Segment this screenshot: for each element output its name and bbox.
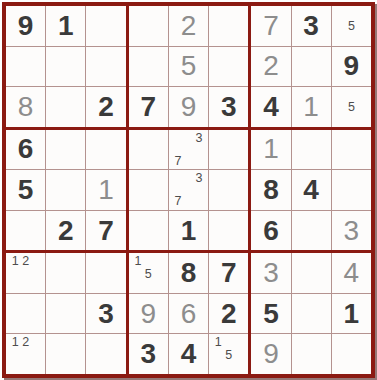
given-digit: 4 bbox=[263, 93, 279, 121]
box-2: 25793 bbox=[129, 6, 249, 127]
cell-r4c6[interactable] bbox=[209, 130, 248, 170]
cell-r8c6[interactable]: 2 bbox=[209, 294, 248, 334]
given-digit: 9 bbox=[18, 12, 34, 40]
cell-r3c7[interactable]: 4 bbox=[251, 87, 290, 127]
cell-r9c4[interactable]: 3 bbox=[129, 334, 168, 374]
pencil-mark-5: 5 bbox=[346, 20, 356, 33]
cell-r9c5[interactable]: 4 bbox=[169, 334, 208, 374]
cell-r5c9[interactable] bbox=[332, 170, 371, 210]
cell-r6c3[interactable]: 7 bbox=[86, 211, 125, 251]
entered-digit: 1 bbox=[98, 176, 114, 204]
entered-digit: 9 bbox=[263, 340, 279, 368]
pencil-mark-7: 7 bbox=[173, 195, 183, 208]
cell-r6c9[interactable]: 3 bbox=[332, 211, 371, 251]
cell-r8c4[interactable]: 9 bbox=[129, 294, 168, 334]
cell-r7c7[interactable]: 3 bbox=[251, 253, 290, 293]
entered-digit: 3 bbox=[263, 259, 279, 287]
box-4: 65127 bbox=[6, 130, 126, 251]
cell-r6c5[interactable]: 1 bbox=[169, 211, 208, 251]
cell-r5c5[interactable]: 37 bbox=[169, 170, 208, 210]
cell-r9c3[interactable] bbox=[86, 334, 125, 374]
cell-r1c9[interactable]: 5 bbox=[332, 6, 371, 46]
cell-r8c8[interactable] bbox=[292, 294, 331, 334]
entered-digit: 8 bbox=[18, 93, 34, 121]
given-digit: 1 bbox=[181, 217, 197, 245]
box-6: 18463 bbox=[251, 130, 371, 251]
box-7: 12312 bbox=[6, 253, 126, 374]
cell-r3c3[interactable]: 2 bbox=[86, 87, 125, 127]
pencil-marks: 5 bbox=[336, 89, 367, 125]
cell-r2c5[interactable]: 5 bbox=[169, 47, 208, 87]
cell-r1c1[interactable]: 9 bbox=[6, 6, 45, 46]
given-digit: 9 bbox=[344, 52, 360, 80]
given-digit: 2 bbox=[98, 93, 114, 121]
entered-digit: 9 bbox=[181, 93, 197, 121]
cell-r3c1[interactable]: 8 bbox=[6, 87, 45, 127]
given-digit: 2 bbox=[221, 300, 237, 328]
given-digit: 6 bbox=[263, 217, 279, 245]
cell-r2c1[interactable] bbox=[6, 47, 45, 87]
pencil-mark-5: 5 bbox=[143, 268, 153, 281]
cell-r5c2[interactable] bbox=[46, 170, 85, 210]
pencil-marks: 5 bbox=[336, 8, 367, 44]
cell-r9c7[interactable]: 9 bbox=[251, 334, 290, 374]
given-digit: 3 bbox=[303, 12, 319, 40]
pencil-marks: 37 bbox=[173, 132, 204, 168]
given-digit: 5 bbox=[263, 300, 279, 328]
cell-r6c7[interactable]: 6 bbox=[251, 211, 290, 251]
cell-r7c1[interactable]: 12 bbox=[6, 253, 45, 293]
given-digit: 4 bbox=[181, 340, 197, 368]
given-digit: 7 bbox=[98, 217, 114, 245]
cell-r1c3[interactable] bbox=[86, 6, 125, 46]
cell-r8c1[interactable] bbox=[6, 294, 45, 334]
entered-digit: 1 bbox=[263, 135, 279, 163]
cell-r9c8[interactable] bbox=[292, 334, 331, 374]
cell-r4c9[interactable] bbox=[332, 130, 371, 170]
cell-r4c7[interactable]: 1 bbox=[251, 130, 290, 170]
cell-r4c4[interactable] bbox=[129, 130, 168, 170]
cell-r5c3[interactable]: 1 bbox=[86, 170, 125, 210]
given-digit: 1 bbox=[58, 12, 74, 40]
cell-r7c5[interactable]: 8 bbox=[169, 253, 208, 293]
entered-digit: 7 bbox=[263, 12, 279, 40]
pencil-mark-3: 3 bbox=[194, 172, 204, 185]
cell-r4c2[interactable] bbox=[46, 130, 85, 170]
entered-digit: 9 bbox=[140, 300, 156, 328]
pencil-mark-1: 1 bbox=[213, 336, 223, 349]
entered-digit: 5 bbox=[181, 52, 197, 80]
given-digit: 8 bbox=[263, 176, 279, 204]
given-digit: 3 bbox=[221, 93, 237, 121]
cell-r7c9[interactable]: 4 bbox=[332, 253, 371, 293]
pencil-mark-1: 1 bbox=[10, 336, 20, 349]
cell-r9c9[interactable] bbox=[332, 334, 371, 374]
sudoku-board: 9182257937352941565127373711846312312158… bbox=[2, 2, 375, 378]
given-digit: 4 bbox=[303, 176, 319, 204]
cell-r3c9[interactable]: 5 bbox=[332, 87, 371, 127]
pencil-marks: 15 bbox=[213, 336, 244, 372]
cell-r3c5[interactable]: 9 bbox=[169, 87, 208, 127]
box-8: 15879623415 bbox=[129, 253, 249, 374]
cell-r6c8[interactable] bbox=[292, 211, 331, 251]
sudoku-app: 9182257937352941565127373711846312312158… bbox=[0, 0, 377, 380]
cell-r2c2[interactable] bbox=[46, 47, 85, 87]
box-5: 37371 bbox=[129, 130, 249, 251]
entered-digit: 4 bbox=[344, 259, 360, 287]
entered-digit: 2 bbox=[263, 52, 279, 80]
box-9: 34519 bbox=[251, 253, 371, 374]
cell-r2c9[interactable]: 9 bbox=[332, 47, 371, 87]
cell-r4c3[interactable] bbox=[86, 130, 125, 170]
cell-r3c6[interactable]: 3 bbox=[209, 87, 248, 127]
given-digit: 6 bbox=[18, 135, 34, 163]
pencil-mark-5: 5 bbox=[346, 101, 356, 114]
cell-r9c6[interactable]: 15 bbox=[209, 334, 248, 374]
pencil-marks: 12 bbox=[10, 336, 41, 372]
cell-r4c1[interactable]: 6 bbox=[6, 130, 45, 170]
pencil-mark-1: 1 bbox=[10, 255, 20, 268]
cell-r5c1[interactable]: 5 bbox=[6, 170, 45, 210]
entered-digit: 2 bbox=[181, 12, 197, 40]
cell-r4c5[interactable]: 37 bbox=[169, 130, 208, 170]
given-digit: 2 bbox=[58, 217, 74, 245]
cell-r7c4[interactable]: 15 bbox=[129, 253, 168, 293]
cell-r1c8[interactable]: 3 bbox=[292, 6, 331, 46]
pencil-mark-7: 7 bbox=[173, 155, 183, 168]
given-digit: 3 bbox=[98, 300, 114, 328]
entered-digit: 3 bbox=[344, 217, 360, 245]
given-digit: 1 bbox=[344, 300, 360, 328]
cell-r5c7[interactable]: 8 bbox=[251, 170, 290, 210]
given-digit: 7 bbox=[140, 93, 156, 121]
box-1: 9182 bbox=[6, 6, 126, 127]
cell-r9c2[interactable] bbox=[46, 334, 85, 374]
cell-r8c3[interactable]: 3 bbox=[86, 294, 125, 334]
cell-r8c2[interactable] bbox=[46, 294, 85, 334]
cell-r6c4[interactable] bbox=[129, 211, 168, 251]
pencil-marks: 15 bbox=[133, 255, 164, 291]
cell-r6c2[interactable]: 2 bbox=[46, 211, 85, 251]
cell-r5c4[interactable] bbox=[129, 170, 168, 210]
given-digit: 8 bbox=[181, 259, 197, 287]
cell-r3c2[interactable] bbox=[46, 87, 85, 127]
pencil-mark-1: 1 bbox=[133, 255, 143, 268]
cell-r8c5[interactable]: 6 bbox=[169, 294, 208, 334]
cell-r2c6[interactable] bbox=[209, 47, 248, 87]
cell-r8c9[interactable]: 1 bbox=[332, 294, 371, 334]
cell-r9c1[interactable]: 12 bbox=[6, 334, 45, 374]
given-digit: 5 bbox=[18, 176, 34, 204]
cell-r7c6[interactable]: 7 bbox=[209, 253, 248, 293]
cell-r4c8[interactable] bbox=[292, 130, 331, 170]
cell-r2c4[interactable] bbox=[129, 47, 168, 87]
cell-r1c4[interactable] bbox=[129, 6, 168, 46]
cell-r2c3[interactable] bbox=[86, 47, 125, 87]
pencil-mark-3: 3 bbox=[194, 132, 204, 145]
entered-digit: 1 bbox=[303, 93, 319, 121]
cell-r1c7[interactable]: 7 bbox=[251, 6, 290, 46]
cell-r5c8[interactable]: 4 bbox=[292, 170, 331, 210]
pencil-mark-2: 2 bbox=[20, 255, 30, 268]
cell-r2c7[interactable]: 2 bbox=[251, 47, 290, 87]
cell-r6c1[interactable] bbox=[6, 211, 45, 251]
cell-r1c5[interactable]: 2 bbox=[169, 6, 208, 46]
cell-r7c8[interactable] bbox=[292, 253, 331, 293]
cell-r1c6[interactable] bbox=[209, 6, 248, 46]
given-digit: 7 bbox=[221, 259, 237, 287]
cell-r7c2[interactable] bbox=[46, 253, 85, 293]
entered-digit: 6 bbox=[181, 300, 197, 328]
cell-r6c6[interactable] bbox=[209, 211, 248, 251]
pencil-mark-5: 5 bbox=[224, 349, 234, 362]
cell-r3c4[interactable]: 7 bbox=[129, 87, 168, 127]
cell-r2c8[interactable] bbox=[292, 47, 331, 87]
box-3: 73529415 bbox=[251, 6, 371, 127]
cell-r3c8[interactable]: 1 bbox=[292, 87, 331, 127]
pencil-mark-2: 2 bbox=[20, 336, 30, 349]
pencil-marks: 12 bbox=[10, 255, 41, 291]
cell-r7c3[interactable] bbox=[86, 253, 125, 293]
pencil-marks: 37 bbox=[173, 172, 204, 208]
given-digit: 3 bbox=[140, 340, 156, 368]
cell-r1c2[interactable]: 1 bbox=[46, 6, 85, 46]
cell-r5c6[interactable] bbox=[209, 170, 248, 210]
cell-r8c7[interactable]: 5 bbox=[251, 294, 290, 334]
